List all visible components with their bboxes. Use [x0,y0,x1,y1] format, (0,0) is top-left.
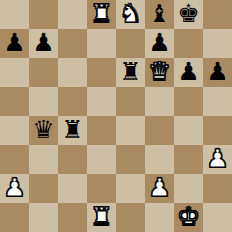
square-b8[interactable] [29,0,58,29]
square-c8[interactable] [58,0,87,29]
square-e8[interactable]: ♞ [116,0,145,29]
square-h8[interactable] [203,0,232,29]
square-b2[interactable] [29,174,58,203]
piece-black-pawn[interactable]: ♟ [3,28,25,57]
piece-black-rook[interactable]: ♜ [61,115,83,144]
square-h4[interactable] [203,116,232,145]
square-e1[interactable] [116,203,145,232]
square-e5[interactable] [116,87,145,116]
square-f2[interactable]: ♟ [145,174,174,203]
square-b3[interactable] [29,145,58,174]
piece-black-rook[interactable]: ♜ [119,57,141,86]
piece-black-bishop[interactable]: ♝ [148,0,170,28]
square-h1[interactable] [203,203,232,232]
square-d1[interactable]: ♜ [87,203,116,232]
square-a8[interactable] [0,0,29,29]
piece-white-knight[interactable]: ♞ [119,0,141,28]
square-d7[interactable] [87,29,116,58]
square-h2[interactable] [203,174,232,203]
piece-black-pawn[interactable]: ♟ [206,57,228,86]
square-f4[interactable] [145,116,174,145]
square-h6[interactable]: ♟ [203,58,232,87]
square-a7[interactable]: ♟ [0,29,29,58]
square-a4[interactable] [0,116,29,145]
square-d4[interactable] [87,116,116,145]
piece-white-rook[interactable]: ♜ [90,0,112,28]
piece-white-pawn[interactable]: ♟ [3,173,25,202]
square-g2[interactable] [174,174,203,203]
piece-black-king[interactable]: ♚ [177,0,199,28]
square-g8[interactable]: ♚ [174,0,203,29]
square-c1[interactable] [58,203,87,232]
piece-white-queen[interactable]: ♛ [148,57,170,86]
square-g4[interactable] [174,116,203,145]
square-g3[interactable] [174,145,203,174]
square-d8[interactable]: ♜ [87,0,116,29]
square-a5[interactable] [0,87,29,116]
square-c4[interactable]: ♜ [58,116,87,145]
square-e7[interactable] [116,29,145,58]
square-f6[interactable]: ♛ [145,58,174,87]
square-c2[interactable] [58,174,87,203]
square-h5[interactable] [203,87,232,116]
piece-white-pawn[interactable]: ♟ [148,173,170,202]
square-g7[interactable] [174,29,203,58]
square-b7[interactable]: ♟ [29,29,58,58]
square-f8[interactable]: ♝ [145,0,174,29]
square-a1[interactable] [0,203,29,232]
square-d2[interactable] [87,174,116,203]
square-a3[interactable] [0,145,29,174]
square-d6[interactable] [87,58,116,87]
square-b5[interactable] [29,87,58,116]
square-b6[interactable] [29,58,58,87]
square-e2[interactable] [116,174,145,203]
piece-white-king[interactable]: ♚ [177,202,199,231]
square-e4[interactable] [116,116,145,145]
square-c3[interactable] [58,145,87,174]
square-h3[interactable]: ♟ [203,145,232,174]
chess-board: ♜♞♝♚♟♟♟♜♛♟♟♛♜♟♟♟♜♚ [0,0,232,232]
piece-white-rook[interactable]: ♜ [90,202,112,231]
square-a2[interactable]: ♟ [0,174,29,203]
square-f7[interactable]: ♟ [145,29,174,58]
piece-black-pawn[interactable]: ♟ [148,28,170,57]
square-f5[interactable] [145,87,174,116]
square-g1[interactable]: ♚ [174,203,203,232]
square-g6[interactable]: ♟ [174,58,203,87]
piece-black-pawn[interactable]: ♟ [177,57,199,86]
square-h7[interactable] [203,29,232,58]
square-g5[interactable] [174,87,203,116]
square-c6[interactable] [58,58,87,87]
piece-black-queen[interactable]: ♛ [32,115,54,144]
square-c5[interactable] [58,87,87,116]
square-d3[interactable] [87,145,116,174]
square-b4[interactable]: ♛ [29,116,58,145]
piece-black-pawn[interactable]: ♟ [32,28,54,57]
square-a6[interactable] [0,58,29,87]
square-d5[interactable] [87,87,116,116]
piece-white-pawn[interactable]: ♟ [206,144,228,173]
square-e3[interactable] [116,145,145,174]
square-e6[interactable]: ♜ [116,58,145,87]
square-f3[interactable] [145,145,174,174]
square-c7[interactable] [58,29,87,58]
square-b1[interactable] [29,203,58,232]
square-f1[interactable] [145,203,174,232]
